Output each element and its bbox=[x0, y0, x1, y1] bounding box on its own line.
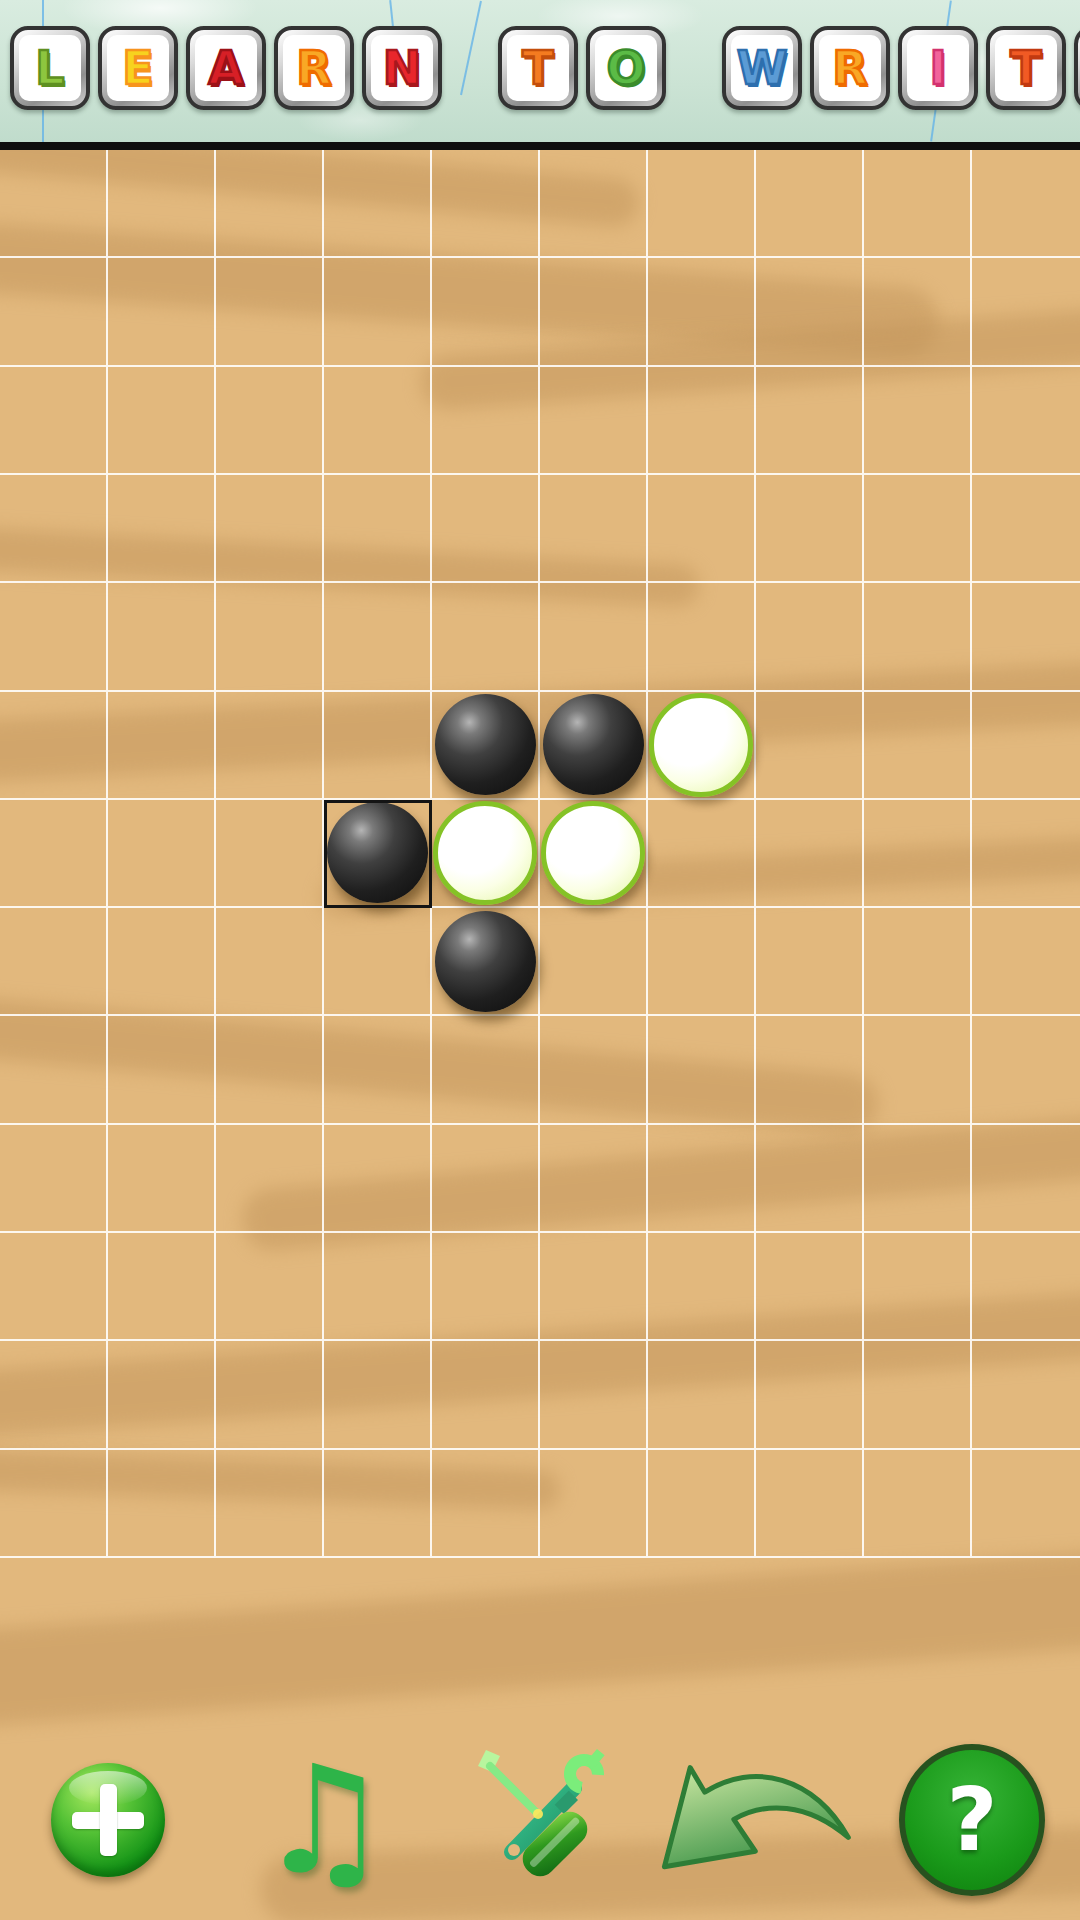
board-cell[interactable] bbox=[324, 150, 432, 258]
board-cell[interactable] bbox=[756, 1450, 864, 1558]
white-stone bbox=[433, 801, 537, 905]
board-cell[interactable] bbox=[432, 1125, 540, 1233]
board-cell[interactable] bbox=[972, 692, 1080, 800]
board-cell[interactable] bbox=[216, 1125, 324, 1233]
board-cell[interactable] bbox=[216, 1016, 324, 1124]
board-cell[interactable] bbox=[648, 800, 756, 908]
board-cell[interactable] bbox=[864, 475, 972, 583]
help-button[interactable]: ? bbox=[864, 1738, 1080, 1902]
board-cell[interactable] bbox=[648, 150, 756, 258]
title-letter: R bbox=[296, 45, 331, 91]
title-letter: T bbox=[1010, 45, 1041, 91]
board-cell[interactable] bbox=[108, 1341, 216, 1449]
board-cell[interactable] bbox=[108, 367, 216, 475]
board-cell[interactable] bbox=[432, 150, 540, 258]
board-cell[interactable] bbox=[540, 1125, 648, 1233]
board-cell[interactable] bbox=[756, 1125, 864, 1233]
board-cell[interactable] bbox=[972, 1125, 1080, 1233]
board-cell[interactable] bbox=[216, 583, 324, 691]
board-cell[interactable] bbox=[216, 1341, 324, 1449]
board-cell[interactable] bbox=[108, 692, 216, 800]
board-cell[interactable] bbox=[540, 475, 648, 583]
title-letter: O bbox=[606, 45, 645, 91]
board-cell[interactable] bbox=[864, 258, 972, 366]
board-cell[interactable] bbox=[972, 908, 1080, 1016]
board-cell[interactable] bbox=[972, 800, 1080, 908]
board-cell[interactable] bbox=[0, 800, 108, 908]
title-letter-tile: T bbox=[498, 26, 578, 110]
board-cell[interactable] bbox=[324, 258, 432, 366]
board-cell[interactable] bbox=[432, 1450, 540, 1558]
board-cell[interactable] bbox=[0, 1450, 108, 1558]
question-mark-icon: ? bbox=[899, 1744, 1045, 1896]
board-cell[interactable] bbox=[432, 258, 540, 366]
board-cell[interactable] bbox=[648, 1125, 756, 1233]
board-cell[interactable] bbox=[108, 800, 216, 908]
board-cell[interactable] bbox=[864, 1016, 972, 1124]
board-cell[interactable] bbox=[864, 800, 972, 908]
plus-icon bbox=[51, 1763, 165, 1877]
black-stone bbox=[435, 911, 536, 1012]
undo-arrow-icon bbox=[650, 1743, 863, 1897]
board-cell[interactable] bbox=[648, 258, 756, 366]
board-cell[interactable] bbox=[432, 1016, 540, 1124]
board-cell[interactable] bbox=[540, 367, 648, 475]
board-cell[interactable] bbox=[108, 1450, 216, 1558]
board-cell[interactable] bbox=[0, 908, 108, 1016]
board-cell[interactable] bbox=[540, 583, 648, 691]
board-cell[interactable] bbox=[864, 150, 972, 258]
board-cell[interactable] bbox=[216, 800, 324, 908]
board-cell[interactable] bbox=[216, 908, 324, 1016]
board-cell[interactable] bbox=[972, 1233, 1080, 1341]
board-cell[interactable] bbox=[0, 1016, 108, 1124]
board-cell[interactable] bbox=[648, 583, 756, 691]
board-cell[interactable] bbox=[108, 150, 216, 258]
board-cell[interactable] bbox=[648, 1233, 756, 1341]
board-cell[interactable] bbox=[756, 1016, 864, 1124]
board-cell[interactable] bbox=[756, 367, 864, 475]
board-cell[interactable] bbox=[648, 1016, 756, 1124]
board-cell[interactable] bbox=[972, 583, 1080, 691]
title-letter-tile: E bbox=[98, 26, 178, 110]
board-cell[interactable] bbox=[540, 258, 648, 366]
board-cell[interactable] bbox=[432, 1341, 540, 1449]
board-cell[interactable] bbox=[324, 475, 432, 583]
board-cell[interactable] bbox=[756, 583, 864, 691]
board-cell[interactable] bbox=[648, 1450, 756, 1558]
board-cell[interactable] bbox=[864, 1341, 972, 1449]
title-letter: W bbox=[737, 45, 788, 91]
black-stone bbox=[435, 694, 536, 795]
music-note-icon: ♫ bbox=[257, 1745, 391, 1895]
title-letter-tile: T bbox=[986, 26, 1066, 110]
toolbar: ♫ bbox=[0, 1738, 1080, 1902]
board-cell[interactable] bbox=[864, 1233, 972, 1341]
tools-icon bbox=[460, 1740, 620, 1900]
board-cell[interactable] bbox=[864, 1125, 972, 1233]
board-cell[interactable] bbox=[324, 1233, 432, 1341]
board-cell[interactable] bbox=[108, 475, 216, 583]
board-cell[interactable] bbox=[540, 1450, 648, 1558]
board-cell[interactable] bbox=[756, 908, 864, 1016]
board-cell[interactable] bbox=[324, 800, 432, 908]
board-cell[interactable] bbox=[0, 583, 108, 691]
board-cell[interactable] bbox=[216, 367, 324, 475]
board-cell[interactable] bbox=[540, 150, 648, 258]
board-cell[interactable] bbox=[324, 1125, 432, 1233]
board-cell[interactable] bbox=[108, 1016, 216, 1124]
title-letter: R bbox=[832, 45, 867, 91]
board-cell[interactable] bbox=[756, 475, 864, 583]
board-cell[interactable] bbox=[324, 367, 432, 475]
new-game-button[interactable] bbox=[0, 1738, 216, 1902]
board-cell[interactable] bbox=[756, 692, 864, 800]
title-letter: N bbox=[383, 45, 422, 91]
wood-streak bbox=[0, 1547, 1080, 1730]
board-cell[interactable] bbox=[756, 800, 864, 908]
board-cell[interactable] bbox=[216, 258, 324, 366]
board-cell[interactable] bbox=[432, 692, 540, 800]
board-cell[interactable] bbox=[648, 908, 756, 1016]
board-cell[interactable] bbox=[756, 258, 864, 366]
board-cell[interactable] bbox=[972, 367, 1080, 475]
board-cell[interactable] bbox=[756, 150, 864, 258]
board-cell[interactable] bbox=[216, 150, 324, 258]
board-cell[interactable] bbox=[324, 908, 432, 1016]
board-cell[interactable] bbox=[540, 1341, 648, 1449]
white-stone bbox=[541, 801, 645, 905]
white-stone bbox=[649, 693, 753, 797]
board-cell[interactable] bbox=[432, 1233, 540, 1341]
board-cell[interactable] bbox=[864, 367, 972, 475]
title-letter-tile: R bbox=[810, 26, 890, 110]
title-letter-tile: O bbox=[586, 26, 666, 110]
title-letter-tile: L bbox=[10, 26, 90, 110]
music-button[interactable]: ♫ bbox=[216, 1738, 432, 1902]
title-banner: LEARNTOWRITE bbox=[0, 0, 1080, 142]
board-cell[interactable] bbox=[324, 1450, 432, 1558]
board-cell[interactable] bbox=[648, 692, 756, 800]
board-cell[interactable] bbox=[540, 800, 648, 908]
header-divider bbox=[0, 142, 1080, 150]
title-letter-tile: A bbox=[186, 26, 266, 110]
board-cell[interactable] bbox=[648, 475, 756, 583]
board-cell[interactable] bbox=[432, 800, 540, 908]
board-cell[interactable] bbox=[756, 1341, 864, 1449]
board-cell[interactable] bbox=[0, 258, 108, 366]
board-cell[interactable] bbox=[216, 475, 324, 583]
board-cell[interactable] bbox=[432, 583, 540, 691]
black-stone bbox=[327, 802, 428, 903]
board-cell[interactable] bbox=[972, 1016, 1080, 1124]
board-cell[interactable] bbox=[540, 1016, 648, 1124]
board-cell[interactable] bbox=[432, 475, 540, 583]
board-cell[interactable] bbox=[972, 150, 1080, 258]
title-letter-tile: R bbox=[274, 26, 354, 110]
board-cell[interactable] bbox=[216, 1450, 324, 1558]
board-cell[interactable] bbox=[540, 1233, 648, 1341]
board-cell[interactable] bbox=[216, 1233, 324, 1341]
board-cell[interactable] bbox=[972, 475, 1080, 583]
black-stone bbox=[543, 694, 644, 795]
board-cell[interactable] bbox=[108, 583, 216, 691]
board-cell[interactable] bbox=[108, 1125, 216, 1233]
board-cell[interactable] bbox=[0, 1233, 108, 1341]
undo-button[interactable] bbox=[648, 1738, 864, 1902]
board-cell[interactable] bbox=[972, 1450, 1080, 1558]
board-cell[interactable] bbox=[972, 258, 1080, 366]
board-cell[interactable] bbox=[108, 1233, 216, 1341]
board-cell[interactable] bbox=[0, 150, 108, 258]
title-letter: I bbox=[929, 45, 946, 91]
board-cell[interactable] bbox=[0, 475, 108, 583]
board-cell[interactable] bbox=[432, 367, 540, 475]
board-cell[interactable] bbox=[648, 367, 756, 475]
board-cell[interactable] bbox=[324, 583, 432, 691]
board-cell[interactable] bbox=[216, 692, 324, 800]
board-cell[interactable] bbox=[972, 1341, 1080, 1449]
settings-button[interactable] bbox=[432, 1738, 648, 1902]
board-cell[interactable] bbox=[0, 692, 108, 800]
board-cell[interactable] bbox=[0, 1125, 108, 1233]
title-tiles: LEARNTOWRITE bbox=[10, 26, 1080, 110]
board-cell[interactable] bbox=[324, 692, 432, 800]
game-board[interactable] bbox=[0, 150, 1080, 1558]
board-cell[interactable] bbox=[324, 1016, 432, 1124]
board-cell[interactable] bbox=[864, 692, 972, 800]
board-cell[interactable] bbox=[540, 692, 648, 800]
title-letter-tile: I bbox=[898, 26, 978, 110]
board-cell[interactable] bbox=[108, 908, 216, 1016]
title-letter: L bbox=[35, 45, 64, 91]
board-cell[interactable] bbox=[324, 1341, 432, 1449]
board-cell[interactable] bbox=[864, 583, 972, 691]
title-letter: A bbox=[208, 45, 244, 91]
board-cell[interactable] bbox=[756, 1233, 864, 1341]
board-cell[interactable] bbox=[108, 258, 216, 366]
title-letter-tile: E bbox=[1074, 26, 1080, 110]
board-cell[interactable] bbox=[0, 367, 108, 475]
title-letter-tile: W bbox=[722, 26, 802, 110]
board-cell[interactable] bbox=[648, 1341, 756, 1449]
title-letter: E bbox=[122, 45, 153, 91]
title-letter: T bbox=[522, 45, 553, 91]
board-cell[interactable] bbox=[864, 1450, 972, 1558]
board-cell[interactable] bbox=[0, 1341, 108, 1449]
board-cell[interactable] bbox=[540, 908, 648, 1016]
title-letter-tile: N bbox=[362, 26, 442, 110]
board-cell[interactable] bbox=[864, 908, 972, 1016]
board-cell[interactable] bbox=[432, 908, 540, 1016]
